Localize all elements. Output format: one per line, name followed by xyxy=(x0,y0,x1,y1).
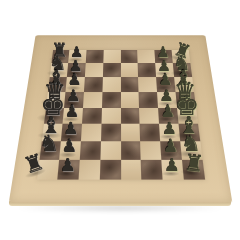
square-r2c4 xyxy=(120,77,138,92)
square-r4c4 xyxy=(120,108,139,124)
square-r5c2 xyxy=(80,124,100,141)
square-r5c3 xyxy=(100,124,120,141)
square-r4c6 xyxy=(158,108,178,124)
square-r0c3 xyxy=(103,50,120,63)
square-r6c1 xyxy=(59,141,81,159)
square-r7c4 xyxy=(120,160,141,179)
square-r7c7 xyxy=(181,160,204,179)
square-r1c2 xyxy=(84,63,102,77)
square-r7c0 xyxy=(36,160,59,179)
square-r5c1 xyxy=(61,124,82,141)
square-r7c6 xyxy=(161,160,183,179)
square-r4c3 xyxy=(101,108,120,124)
square-r1c4 xyxy=(120,63,138,77)
square-r4c0 xyxy=(43,108,64,124)
square-r3c7 xyxy=(175,92,195,108)
square-r7c2 xyxy=(78,160,100,179)
square-r2c5 xyxy=(138,77,157,92)
square-r1c6 xyxy=(155,63,174,77)
square-r0c5 xyxy=(137,50,155,63)
square-r0c1 xyxy=(68,50,86,63)
board-scene xyxy=(24,11,217,204)
square-r5c4 xyxy=(120,124,140,141)
square-r2c3 xyxy=(102,77,120,92)
square-r6c4 xyxy=(120,141,140,159)
square-r0c7 xyxy=(171,50,190,63)
chess-set-photo: ♜♞♝♛♚♝♞♜♟♟♟♟♟♟♟♟♟♟♟♟♟♟♟♟♜♞♝♛♚♝♞♜ Vintage… xyxy=(0,0,240,240)
square-r3c0 xyxy=(45,92,65,108)
square-r2c2 xyxy=(83,77,102,92)
square-r0c4 xyxy=(120,50,137,63)
square-r3c3 xyxy=(101,92,120,108)
square-r1c0 xyxy=(49,63,68,77)
square-r5c6 xyxy=(159,124,180,141)
square-r2c7 xyxy=(173,77,193,92)
chess-board xyxy=(8,35,232,203)
square-r2c1 xyxy=(65,77,84,92)
square-r1c5 xyxy=(137,63,155,77)
square-r5c5 xyxy=(139,124,159,141)
square-r1c3 xyxy=(102,63,120,77)
square-r4c2 xyxy=(81,108,101,124)
square-r0c0 xyxy=(51,50,70,63)
square-r7c5 xyxy=(140,160,162,179)
square-r6c7 xyxy=(179,141,201,159)
square-r3c4 xyxy=(120,92,139,108)
square-r0c6 xyxy=(154,50,172,63)
board-grid xyxy=(36,50,204,179)
square-r6c3 xyxy=(100,141,120,159)
square-r0c2 xyxy=(85,50,103,63)
square-r4c5 xyxy=(139,108,159,124)
square-r5c7 xyxy=(178,124,199,141)
square-r3c5 xyxy=(138,92,157,108)
square-r6c6 xyxy=(160,141,182,159)
square-r5c0 xyxy=(41,124,62,141)
square-r2c0 xyxy=(47,77,67,92)
square-r3c6 xyxy=(157,92,177,108)
square-r1c1 xyxy=(67,63,86,77)
square-r1c7 xyxy=(172,63,191,77)
square-r2c6 xyxy=(156,77,175,92)
square-r4c1 xyxy=(62,108,82,124)
square-r7c3 xyxy=(99,160,120,179)
square-r6c5 xyxy=(140,141,161,159)
square-r6c0 xyxy=(38,141,60,159)
square-r4c7 xyxy=(176,108,197,124)
square-r7c1 xyxy=(57,160,79,179)
square-r3c1 xyxy=(64,92,84,108)
square-r6c2 xyxy=(79,141,100,159)
square-r3c2 xyxy=(83,92,102,108)
